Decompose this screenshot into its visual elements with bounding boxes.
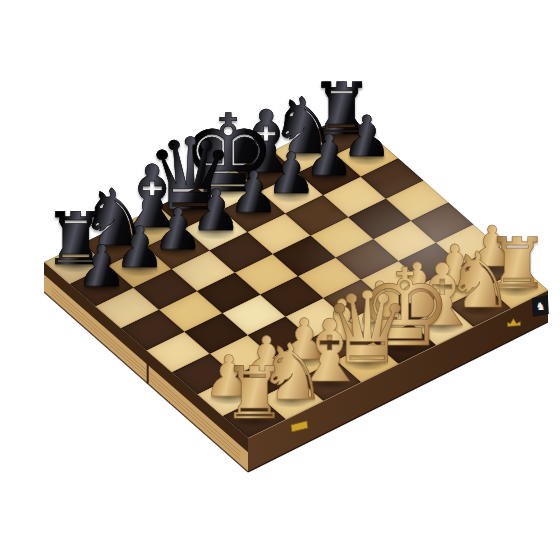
piece-black-pawn-a7[interactable]: ♟ [76, 238, 127, 295]
chess-set-photo: ♞ ♜♞♟♝♟♚♟♛♟♝♟♞♟♜♟♟♟♟♜♟♞♟♝♟♚♟♛♟♝♟♞♜ [0, 0, 560, 560]
piece-white-rook-a1[interactable]: ♜ [222, 358, 286, 430]
